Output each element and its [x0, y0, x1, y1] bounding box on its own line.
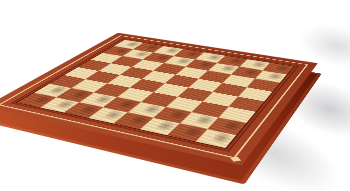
frame-corner-inlay: [230, 157, 241, 162]
piece-glyph: ♟: [134, 33, 157, 56]
piece-glyph: ♟: [197, 43, 221, 67]
chess-board: ♜♟♟♜♞♟♟♞♝♟♟♝♚♟♟♚♛♟♟♛♝♟♟♝♞♟♟♞♜♟♟♜ ♛♛: [0, 42, 317, 180]
piece-glyph: ♛: [128, 79, 158, 123]
piece-glyph: ♟: [243, 50, 268, 75]
piece-glyph: ♟: [267, 54, 292, 79]
piece-glyph: ♟: [175, 40, 199, 64]
piece-glyph: ♞: [182, 96, 213, 135]
product-photo-scene: ♜♟♟♜♞♟♟♞♝♟♟♝♚♟♟♚♛♟♟♛♝♟♟♝♞♟♟♞♜♟♟♜ ♛♛: [0, 0, 350, 191]
piece-glyph: ♝: [154, 90, 184, 130]
piece-glyph: ♟: [154, 37, 177, 60]
piece-glyph: ♟: [220, 47, 244, 71]
piece-glyph: ♜: [211, 105, 242, 142]
piece-glyph: ♛: [91, 15, 113, 46]
